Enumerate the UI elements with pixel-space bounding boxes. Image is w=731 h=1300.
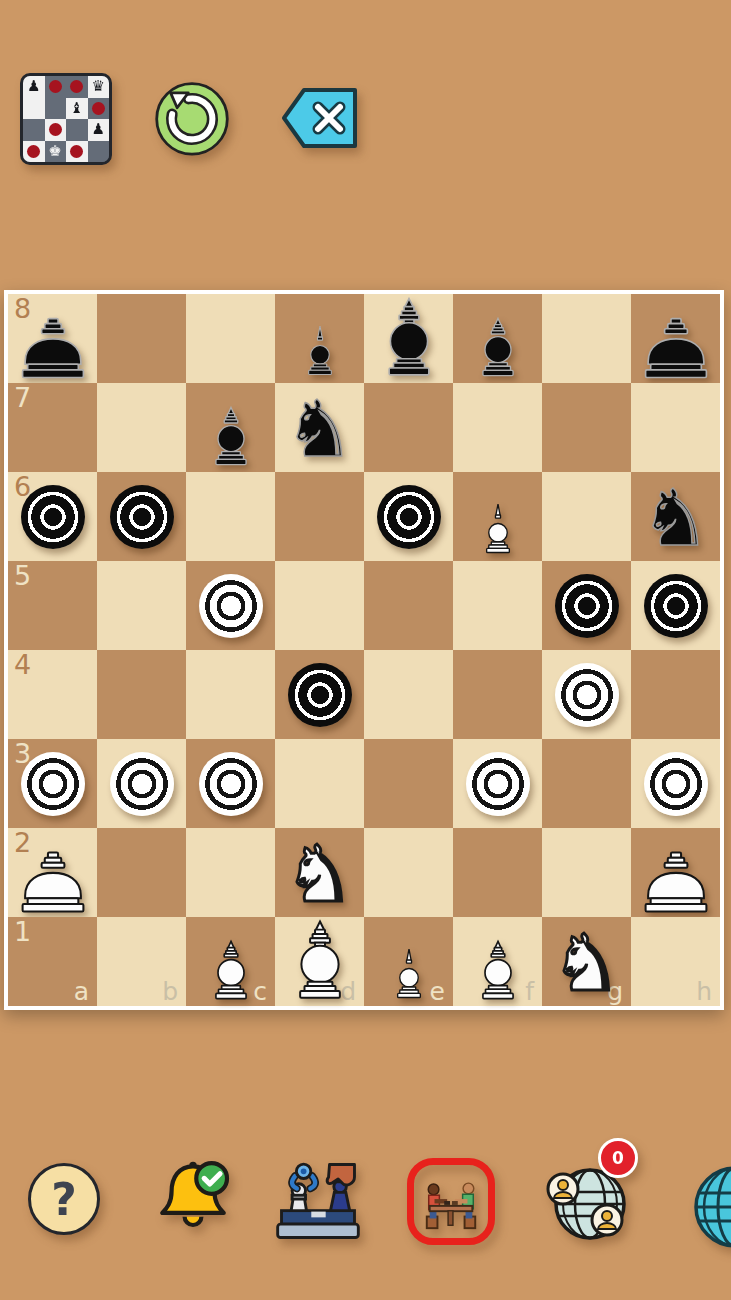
miniboard-cell: ♟ bbox=[88, 119, 110, 141]
square-h7[interactable] bbox=[631, 383, 720, 472]
miniboard-cell bbox=[23, 98, 45, 120]
square-g1[interactable]: g♞ bbox=[542, 917, 631, 1006]
piece-white-khon-bishop bbox=[205, 934, 257, 1004]
piece-white-khon-bishop bbox=[472, 934, 524, 1004]
square-d4[interactable] bbox=[275, 650, 364, 739]
piece-black-bia-pawn bbox=[21, 485, 85, 549]
square-h2[interactable] bbox=[631, 828, 720, 917]
check-badge-icon bbox=[196, 1163, 227, 1194]
rank-label: 5 bbox=[14, 562, 31, 589]
square-d7[interactable]: ♞ bbox=[275, 383, 364, 472]
mini-piece-icon: ♝ bbox=[70, 101, 83, 116]
miniboard-cell: ♛ bbox=[88, 76, 110, 98]
miniboard-cell bbox=[88, 141, 110, 163]
piece-white-bia-pawn bbox=[21, 752, 85, 816]
square-b7[interactable] bbox=[97, 383, 186, 472]
two-players-table-icon bbox=[420, 1171, 482, 1233]
miniboard-cell bbox=[45, 98, 67, 120]
globe-icon bbox=[696, 1168, 731, 1246]
piece-white-bia-pawn bbox=[555, 663, 619, 727]
square-e1[interactable]: e bbox=[364, 917, 453, 1006]
square-c5[interactable] bbox=[186, 561, 275, 650]
piece-black-bia-pawn bbox=[110, 485, 174, 549]
board-editor-button[interactable]: ♟♛♝♟♚ bbox=[20, 73, 112, 165]
square-b1[interactable]: b bbox=[97, 917, 186, 1006]
miniboard-cell bbox=[23, 141, 45, 163]
miniboard-cell bbox=[88, 98, 110, 120]
piece-white-ruea-rook bbox=[15, 851, 91, 915]
piece-white-met-queen bbox=[477, 499, 519, 559]
square-e4[interactable] bbox=[364, 650, 453, 739]
backspace-delete-button[interactable] bbox=[282, 88, 358, 148]
square-c6[interactable] bbox=[186, 472, 275, 561]
piece-black-bia-pawn bbox=[377, 485, 441, 549]
file-label: b bbox=[162, 979, 178, 1004]
file-label: f bbox=[525, 979, 534, 1004]
board: 87♞6♞5432♞1abcdefg♞h bbox=[8, 294, 720, 1006]
miniboard-cell bbox=[66, 141, 88, 163]
square-h1[interactable]: h bbox=[631, 917, 720, 1006]
square-b4[interactable] bbox=[97, 650, 186, 739]
square-e8[interactable] bbox=[364, 294, 453, 383]
square-h3[interactable] bbox=[631, 739, 720, 828]
square-b5[interactable] bbox=[97, 561, 186, 650]
file-label: h bbox=[696, 979, 712, 1004]
square-f5[interactable] bbox=[453, 561, 542, 650]
piece-white-bia-pawn bbox=[466, 752, 530, 816]
square-b2[interactable] bbox=[97, 828, 186, 917]
piece-white-bia-pawn bbox=[644, 752, 708, 816]
piece-white-ma-knight: ♞ bbox=[285, 835, 355, 913]
rank-label: 4 bbox=[14, 651, 31, 678]
square-a2[interactable]: 2 bbox=[8, 828, 97, 917]
square-a4[interactable]: 4 bbox=[8, 650, 97, 739]
square-c4[interactable] bbox=[186, 650, 275, 739]
square-g7[interactable] bbox=[542, 383, 631, 472]
miniboard-cell bbox=[66, 76, 88, 98]
square-h4[interactable] bbox=[631, 650, 720, 739]
piece-black-bia-pawn bbox=[644, 574, 708, 638]
square-f7[interactable] bbox=[453, 383, 542, 472]
square-a7[interactable]: 7 bbox=[8, 383, 97, 472]
notifications-button[interactable] bbox=[152, 1154, 234, 1242]
help-button[interactable]: ? bbox=[28, 1163, 100, 1235]
chessboard-platform-icon bbox=[278, 1211, 359, 1238]
piece-white-bia-pawn bbox=[199, 574, 263, 638]
square-b3[interactable] bbox=[97, 739, 186, 828]
square-f3[interactable] bbox=[453, 739, 542, 828]
piece-white-bia-pawn bbox=[110, 752, 174, 816]
square-f2[interactable] bbox=[453, 828, 542, 917]
play-vs-computer-button[interactable] bbox=[270, 1158, 366, 1246]
piece-black-bia-pawn bbox=[288, 663, 352, 727]
square-d3[interactable] bbox=[275, 739, 364, 828]
miniboard-cell: ♝ bbox=[66, 98, 88, 120]
question-mark-icon: ? bbox=[51, 1174, 77, 1225]
square-d1[interactable]: d bbox=[275, 917, 364, 1006]
piece-black-khun-king bbox=[378, 293, 440, 381]
human-hand-icon bbox=[327, 1165, 354, 1185]
square-c1[interactable]: c bbox=[186, 917, 275, 1006]
square-g6[interactable] bbox=[542, 472, 631, 561]
piece-white-ma-knight: ♞ bbox=[552, 924, 622, 1002]
piece-black-ruea-rook bbox=[15, 317, 91, 381]
square-a1[interactable]: 1a bbox=[8, 917, 97, 1006]
piece-white-met-queen bbox=[388, 944, 430, 1004]
mini-piece-icon: ♛ bbox=[92, 79, 105, 94]
square-a8[interactable]: 8 bbox=[8, 294, 97, 383]
miniboard-cell bbox=[23, 119, 45, 141]
square-g3[interactable] bbox=[542, 739, 631, 828]
user-avatar-icon bbox=[548, 1174, 578, 1204]
online-globe-button[interactable] bbox=[692, 1164, 731, 1250]
square-d5[interactable] bbox=[275, 561, 364, 650]
square-h6[interactable]: ♞ bbox=[631, 472, 720, 561]
restart-button[interactable] bbox=[153, 79, 231, 157]
piece-white-khun-king bbox=[289, 916, 351, 1004]
square-e5[interactable] bbox=[364, 561, 453, 650]
piece-white-bia-pawn bbox=[199, 752, 263, 816]
mini-piece-icon: ♚ bbox=[49, 144, 62, 159]
rank-label: 7 bbox=[14, 384, 31, 411]
square-g5[interactable] bbox=[542, 561, 631, 650]
app-screen: ♟♛♝♟♚ 87♞6♞5432♞1abcdefg♞h ? bbox=[0, 0, 731, 1300]
file-label: e bbox=[430, 979, 445, 1004]
piece-black-bia-pawn bbox=[555, 574, 619, 638]
square-c3[interactable] bbox=[186, 739, 275, 828]
red-dot-icon bbox=[92, 102, 105, 115]
file-label: a bbox=[74, 979, 89, 1004]
miniboard-cell bbox=[45, 119, 67, 141]
mini-piece-icon: ♟ bbox=[92, 122, 105, 137]
square-e2[interactable] bbox=[364, 828, 453, 917]
board-frame: 87♞6♞5432♞1abcdefg♞h bbox=[4, 290, 724, 1010]
miniboard-cell bbox=[45, 76, 67, 98]
piece-white-ruea-rook bbox=[638, 851, 714, 915]
square-d2[interactable]: ♞ bbox=[275, 828, 364, 917]
square-d8[interactable] bbox=[275, 294, 364, 383]
red-dot-icon bbox=[70, 80, 83, 93]
piece-black-khon-bishop bbox=[472, 311, 524, 381]
rank-label: 1 bbox=[14, 918, 31, 945]
square-f4[interactable] bbox=[453, 650, 542, 739]
piece-black-khon-bishop bbox=[205, 400, 257, 470]
square-f8[interactable] bbox=[453, 294, 542, 383]
square-b6[interactable] bbox=[97, 472, 186, 561]
square-e3[interactable] bbox=[364, 739, 453, 828]
square-h5[interactable] bbox=[631, 561, 720, 650]
miniboard-cell: ♟ bbox=[23, 76, 45, 98]
red-dot-icon bbox=[49, 123, 62, 136]
square-c2[interactable] bbox=[186, 828, 275, 917]
square-a6[interactable]: 6 bbox=[8, 472, 97, 561]
red-dot-icon bbox=[49, 80, 62, 93]
piece-black-ma-knight: ♞ bbox=[641, 479, 711, 557]
square-c8[interactable] bbox=[186, 294, 275, 383]
square-d6[interactable] bbox=[275, 472, 364, 561]
square-f1[interactable]: f bbox=[453, 917, 542, 1006]
piece-black-met-queen bbox=[299, 321, 341, 381]
square-a3[interactable]: 3 bbox=[8, 739, 97, 828]
square-b8[interactable] bbox=[97, 294, 186, 383]
square-e7[interactable] bbox=[364, 383, 453, 472]
square-g2[interactable] bbox=[542, 828, 631, 917]
square-a5[interactable]: 5 bbox=[8, 561, 97, 650]
notification-count-badge: 0 bbox=[598, 1138, 638, 1178]
square-c7[interactable] bbox=[186, 383, 275, 472]
x-icon bbox=[318, 107, 340, 129]
red-dot-icon bbox=[70, 145, 83, 158]
square-e6[interactable] bbox=[364, 472, 453, 561]
miniboard-cell bbox=[66, 119, 88, 141]
local-two-player-button-selected[interactable] bbox=[407, 1158, 495, 1245]
square-h8[interactable] bbox=[631, 294, 720, 383]
red-dot-icon bbox=[27, 145, 40, 158]
square-g4[interactable] bbox=[542, 650, 631, 739]
square-f6[interactable] bbox=[453, 472, 542, 561]
user-avatar-icon bbox=[592, 1205, 622, 1235]
piece-black-ma-knight: ♞ bbox=[285, 390, 355, 468]
piece-black-ruea-rook bbox=[638, 317, 714, 381]
square-g8[interactable] bbox=[542, 294, 631, 383]
miniboard-cell: ♚ bbox=[45, 141, 67, 163]
online-players-button[interactable]: 0 bbox=[542, 1158, 638, 1246]
mini-piece-icon: ♟ bbox=[27, 79, 40, 94]
